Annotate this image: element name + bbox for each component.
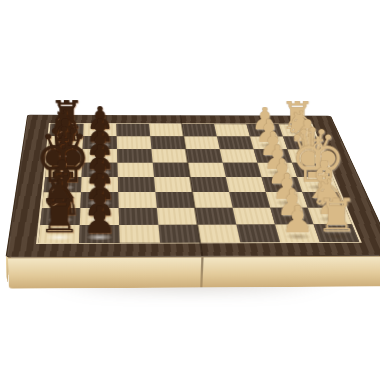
board-square bbox=[233, 208, 275, 225]
board-square bbox=[119, 225, 160, 243]
board-square bbox=[150, 136, 185, 149]
board-square bbox=[116, 124, 150, 136]
piece-reflection bbox=[286, 130, 310, 135]
board-3d-stage: ♜♟♟♜♞♟♟♞♝♟♟♝♛♟♟♛♚♟♟♚♝♟♟♝♞♟♟♞♜♟♟♜ bbox=[6, 115, 380, 258]
board-square bbox=[149, 124, 183, 136]
piece-reflection bbox=[89, 130, 112, 135]
board-square: ♞ bbox=[48, 136, 83, 149]
board-square: ♝ bbox=[302, 192, 345, 208]
board-square: ♞ bbox=[40, 208, 80, 225]
board-square bbox=[117, 149, 153, 163]
piece-reflection bbox=[317, 216, 345, 222]
board-square: ♟ bbox=[83, 124, 117, 136]
piece-reflection bbox=[47, 216, 74, 223]
board-square: ♜ bbox=[49, 124, 83, 136]
piece-reflection bbox=[48, 200, 74, 206]
board-square bbox=[118, 177, 156, 192]
board-square: ♟ bbox=[80, 192, 118, 208]
piece-reflection bbox=[265, 170, 291, 175]
piece-reflection bbox=[291, 143, 316, 148]
board-square bbox=[119, 208, 159, 225]
chess-set-photo: ♜♟♟♜♞♟♟♞♝♟♟♝♛♟♟♛♚♟♟♚♝♟♟♝♞♟♟♞♜♟♟♜ bbox=[0, 0, 380, 380]
board-square: ♞ bbox=[283, 137, 321, 150]
piece-reflection bbox=[253, 130, 277, 135]
board-square bbox=[184, 136, 220, 149]
board-square bbox=[195, 208, 237, 225]
board-square bbox=[182, 124, 217, 136]
board-square: ♟ bbox=[82, 149, 117, 163]
board-square bbox=[155, 192, 194, 208]
board-square: ♟ bbox=[254, 149, 293, 163]
board-square bbox=[190, 177, 229, 192]
board-square: ♟ bbox=[80, 208, 119, 225]
board-square: ♜ bbox=[38, 225, 79, 243]
board-square: ♞ bbox=[308, 208, 352, 225]
piece-reflection bbox=[305, 184, 332, 190]
piece-reflection bbox=[87, 184, 112, 190]
board-square: ♟ bbox=[83, 136, 117, 149]
board-square: ♟ bbox=[270, 208, 313, 225]
board-square: ♟ bbox=[79, 225, 120, 243]
piece-reflection bbox=[54, 142, 78, 147]
piece-reflection bbox=[86, 216, 113, 223]
board-square: ♟ bbox=[257, 163, 297, 177]
board-square bbox=[226, 177, 266, 192]
board-square bbox=[236, 224, 280, 242]
board-square: ♜ bbox=[279, 124, 316, 136]
board-square bbox=[186, 149, 223, 163]
piece-reflection bbox=[323, 233, 352, 240]
board-square: ♟ bbox=[266, 192, 308, 208]
board-square: ♟ bbox=[250, 136, 287, 149]
piece-reflection bbox=[257, 143, 281, 148]
board-square bbox=[229, 192, 270, 208]
board-square: ♟ bbox=[262, 177, 303, 192]
piece-reflection bbox=[88, 142, 111, 147]
piece-reflection bbox=[300, 170, 326, 175]
piece-reflection bbox=[269, 184, 295, 190]
board-frame: ♜♟♟♜♞♟♟♞♝♟♟♝♛♟♟♛♚♟♟♚♝♟♟♝♞♟♟♞♜♟♟♜ bbox=[6, 115, 380, 258]
board-square bbox=[197, 225, 240, 243]
board-square bbox=[217, 136, 254, 149]
board-square: ♚ bbox=[44, 177, 82, 192]
piece-reflection bbox=[51, 170, 76, 176]
board-square bbox=[220, 149, 258, 163]
board-square bbox=[223, 163, 262, 177]
board-square bbox=[154, 177, 192, 192]
box-front-fold-seam bbox=[200, 257, 203, 287]
piece-reflection bbox=[50, 184, 76, 190]
piece-reflection bbox=[311, 200, 338, 206]
piece-reflection bbox=[261, 156, 286, 161]
piece-reflection bbox=[284, 233, 313, 240]
board-square: ♟ bbox=[275, 224, 320, 242]
board-square bbox=[157, 208, 198, 225]
board-square bbox=[151, 149, 187, 163]
box-front-face bbox=[8, 256, 380, 289]
board-square bbox=[117, 163, 154, 177]
board-square: ♝ bbox=[42, 192, 81, 208]
piece-reflection bbox=[86, 234, 113, 241]
board-square: ♛ bbox=[45, 163, 82, 177]
board-square bbox=[118, 192, 157, 208]
piece-reflection bbox=[279, 216, 307, 222]
piece-reflection bbox=[88, 156, 112, 161]
chess-board: ♜♟♟♜♞♟♟♞♝♟♟♝♛♟♟♛♚♟♟♚♝♟♟♝♞♟♟♞♜♟♟♜ bbox=[36, 123, 362, 244]
piece-reflection bbox=[55, 130, 78, 135]
board-square: ♟ bbox=[81, 177, 118, 192]
piece-reflection bbox=[87, 170, 112, 176]
board-square bbox=[117, 136, 152, 149]
board-square bbox=[214, 124, 250, 136]
board-square: ♟ bbox=[82, 163, 118, 177]
board-square: ♜ bbox=[314, 224, 360, 242]
board-square: ♛ bbox=[292, 163, 332, 177]
board-square: ♝ bbox=[287, 149, 326, 163]
board-square bbox=[192, 192, 232, 208]
board-square: ♚ bbox=[297, 177, 339, 192]
board-square bbox=[158, 225, 200, 243]
piece-reflection bbox=[45, 234, 73, 241]
board-square bbox=[188, 163, 226, 177]
piece-reflection bbox=[295, 156, 320, 161]
piece-reflection bbox=[87, 200, 113, 206]
board-square: ♟ bbox=[246, 124, 282, 136]
piece-reflection bbox=[274, 200, 301, 206]
piece-reflection bbox=[52, 156, 76, 161]
board-square: ♝ bbox=[47, 149, 83, 163]
board-square bbox=[153, 163, 190, 177]
